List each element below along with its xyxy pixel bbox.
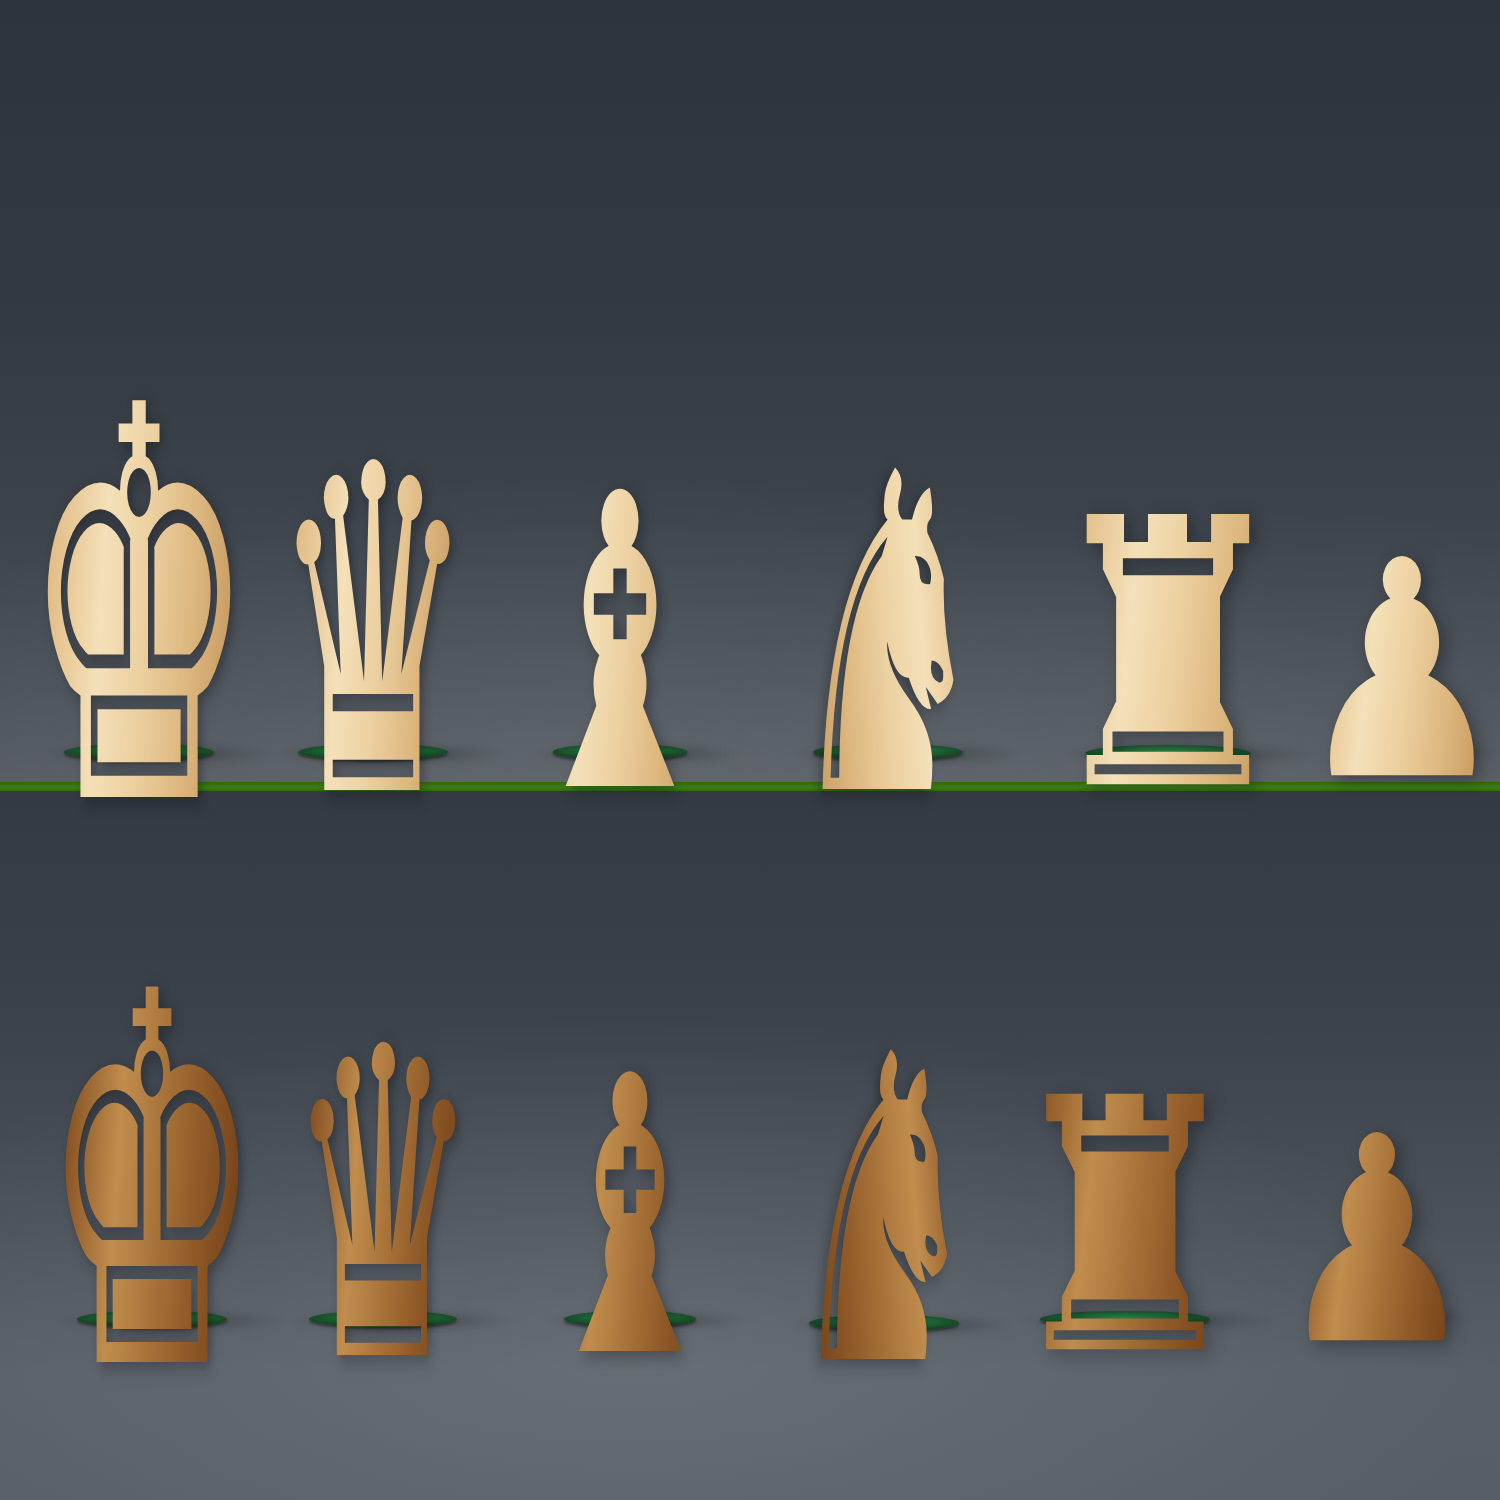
light-queen-glyph: ♛: [271, 407, 474, 860]
light-king-glyph: ♚: [22, 338, 256, 881]
dark-knight-glyph: ♞: [785, 1000, 983, 1424]
dark-pawn-glyph: ♟: [1275, 1099, 1479, 1384]
light-rook-glyph: ♜: [1039, 471, 1298, 841]
light-knight-glyph: ♞: [785, 417, 990, 857]
dark-queen-glyph: ♛: [287, 992, 479, 1421]
chess-set-photo-collage: ♚ ♛ ♝ ♞ ♜ ♟ ♚ ♛ ♝: [0, 0, 1500, 1500]
light-bishop-glyph: ♝: [516, 442, 724, 849]
light-pawn-glyph: ♟: [1294, 522, 1500, 822]
dark-bishop-glyph: ♝: [532, 1027, 728, 1410]
dark-king-glyph: ♚: [41, 927, 262, 1441]
dark-rook-glyph: ♜: [999, 1053, 1250, 1403]
